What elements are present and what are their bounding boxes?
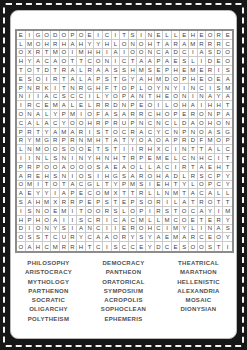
grid-cell: I (198, 225, 207, 234)
grid-cell: D (43, 66, 52, 75)
grid-cell: O (17, 49, 26, 58)
grid-cell: O (51, 145, 60, 154)
grid-cell: E (86, 31, 95, 40)
grid-cell: N (163, 189, 172, 198)
grid-cell: E (120, 225, 129, 234)
grid-cell: M (103, 189, 112, 198)
word-list-item: PANTHEON (86, 268, 161, 277)
grid-cell: O (137, 137, 146, 146)
grid-cell: O (146, 172, 155, 181)
grid-cell: T (180, 189, 189, 198)
grid-cell: I (69, 154, 78, 163)
grid-cell: N (206, 225, 215, 234)
grid-cell: N (206, 110, 215, 119)
word-list-item: PHILOSOPHY (11, 259, 86, 268)
grid-cell: R (77, 128, 86, 137)
grid-cell: M (60, 207, 69, 216)
grid-cell: T (60, 84, 69, 93)
grid-cell: H (129, 66, 138, 75)
word-list-item: SYMPOSIUM (86, 287, 161, 296)
grid-cell: R (137, 145, 146, 154)
grid-cell: R (198, 198, 207, 207)
grid-cell: A (103, 110, 112, 119)
grid-cell: O (34, 225, 43, 234)
grid-cell: L (223, 189, 232, 198)
grid-cell: N (137, 93, 146, 102)
grid-cell: D (180, 119, 189, 128)
grid-cell: E (86, 198, 95, 207)
grid-cell: L (172, 198, 181, 207)
grid-cell: N (69, 84, 78, 93)
grid-cell: N (26, 145, 35, 154)
grid-cell: A (198, 163, 207, 172)
grid-cell: I (17, 154, 26, 163)
grid-cell: C (163, 242, 172, 251)
grid-cell: C (51, 119, 60, 128)
grid-cell: Y (146, 233, 155, 242)
grid-cell: O (77, 172, 86, 181)
grid-cell: I (94, 31, 103, 40)
grid-cell: R (26, 101, 35, 110)
word-list-item: MOSAIC (161, 296, 236, 305)
grid-cell: D (17, 225, 26, 234)
grid-cell: N (155, 119, 164, 128)
word-list-item: MYTHOLOGY (11, 278, 86, 287)
word-list-item: ACROPOLIS (86, 296, 161, 305)
grid-cell: A (198, 49, 207, 58)
grid-cell: A (77, 225, 86, 234)
grid-cell: C (180, 49, 189, 58)
grid-cell: M (189, 66, 198, 75)
grid-cell: I (198, 57, 207, 66)
grid-cell: O (94, 189, 103, 198)
grid-cell: E (223, 31, 232, 40)
grid-cell: C (43, 57, 52, 66)
grid-cell: N (26, 84, 35, 93)
grid-cell: E (163, 154, 172, 163)
grid-cell: A (51, 128, 60, 137)
grid-cell: O (120, 84, 129, 93)
grid-cell: I (215, 154, 224, 163)
grid-cell: T (146, 93, 155, 102)
grid-cell: A (146, 57, 155, 66)
grid-cell: A (26, 242, 35, 251)
grid-cell: R (60, 66, 69, 75)
grid-cell: N (129, 40, 138, 49)
grid-cell: S (198, 172, 207, 181)
grid-cell: O (69, 119, 78, 128)
grid-cell: P (120, 181, 129, 190)
grid-cell: C (146, 128, 155, 137)
grid-cell: F (198, 137, 207, 146)
grid-cell: A (120, 110, 129, 119)
grid-cell: A (26, 119, 35, 128)
grid-cell: Y (86, 154, 95, 163)
grid-cell: L (172, 154, 181, 163)
grid-cell: E (180, 31, 189, 40)
grid-cell: A (26, 198, 35, 207)
grid-cell: L (112, 40, 121, 49)
grid-cell: T (34, 66, 43, 75)
grid-cell: O (223, 49, 232, 58)
grid-cell: Y (172, 84, 181, 93)
grid-cell: L (69, 101, 78, 110)
grid-cell: Y (223, 181, 232, 190)
grid-cell: O (198, 128, 207, 137)
grid-cell: Y (51, 225, 60, 234)
grid-cell: S (26, 233, 35, 242)
grid-cell: E (34, 172, 43, 181)
grid-cell: E (112, 163, 121, 172)
grid-cell: M (129, 181, 138, 190)
grid-cell: P (94, 75, 103, 84)
grid-cell: O (17, 233, 26, 242)
grid-cell: A (17, 172, 26, 181)
grid-cell: A (60, 101, 69, 110)
grid-cell: D (172, 172, 181, 181)
grid-cell: C (223, 40, 232, 49)
grid-cell: N (77, 137, 86, 146)
grid-cell: L (17, 40, 26, 49)
grid-cell: H (215, 163, 224, 172)
grid-cell: N (137, 119, 146, 128)
grid-cell: E (137, 242, 146, 251)
grid-cell: D (189, 137, 198, 146)
grid-cell: N (189, 84, 198, 93)
grid-cell: M (69, 110, 78, 119)
grid-cell: M (51, 242, 60, 251)
grid-cell: O (34, 40, 43, 49)
grid-cell: P (129, 119, 138, 128)
grid-cell: I (69, 207, 78, 216)
grid-cell: C (172, 216, 181, 225)
grid-cell: L (146, 216, 155, 225)
grid-cell: O (198, 242, 207, 251)
grid-cell: M (34, 145, 43, 154)
grid-cell: C (198, 233, 207, 242)
grid-cell: C (163, 119, 172, 128)
grid-cell: S (146, 66, 155, 75)
grid-cell: A (223, 75, 232, 84)
grid-cell: A (103, 233, 112, 242)
grid-cell: P (17, 84, 26, 93)
grid-cell: N (146, 49, 155, 58)
grid-cell: R (94, 216, 103, 225)
grid-cell: T (43, 49, 52, 58)
word-list-item: ALEXANDRIA (161, 287, 236, 296)
grid-cell: N (26, 110, 35, 119)
grid-cell: H (86, 49, 95, 58)
grid-cell: A (129, 93, 138, 102)
grid-cell: R (26, 128, 35, 137)
grid-cell: L (155, 216, 164, 225)
grid-cell: O (77, 145, 86, 154)
grid-cell: R (198, 40, 207, 49)
grid-cell: O (60, 31, 69, 40)
grid-cell: O (129, 163, 138, 172)
grid-cell: O (86, 207, 95, 216)
grid-cell: L (189, 181, 198, 190)
grid-cell: A (103, 163, 112, 172)
grid-cell: S (223, 66, 232, 75)
grid-cell: O (172, 93, 181, 102)
grid-cell: R (112, 119, 121, 128)
grid-cell: P (60, 110, 69, 119)
grid-cell: Y (155, 128, 164, 137)
grid-cell: I (69, 49, 78, 58)
grid-cell: G (120, 75, 129, 84)
grid-cell: E (155, 66, 164, 75)
grid-cell: M (172, 225, 181, 234)
grid-cell: A (94, 66, 103, 75)
grid-cell: U (120, 119, 129, 128)
grid-cell: O (137, 49, 146, 58)
grid-cell: P (69, 31, 78, 40)
grid-cell: M (77, 49, 86, 58)
grid-cell: O (60, 57, 69, 66)
grid-cell: M (26, 181, 35, 190)
grid-cell: O (26, 66, 35, 75)
grid-cell: T (215, 242, 224, 251)
grid-cell: L (215, 189, 224, 198)
grid-cell: T (120, 137, 129, 146)
grid-cell: O (51, 163, 60, 172)
grid-cell: O (215, 233, 224, 242)
grid-cell: C (180, 154, 189, 163)
grid-cell: O (215, 119, 224, 128)
grid-cell: C (86, 233, 95, 242)
grid-cell: I (172, 145, 181, 154)
grid-cell: L (17, 145, 26, 154)
grid-cell: A (155, 233, 164, 242)
grid-cell: H (17, 57, 26, 66)
grid-cell: T (60, 181, 69, 190)
grid-cell: O (189, 242, 198, 251)
grid-cell: M (43, 198, 52, 207)
grid-cell: P (94, 198, 103, 207)
grid-cell: O (112, 93, 121, 102)
word-list-item: SOPHOCLEAN (86, 305, 161, 314)
grid-cell: O (43, 145, 52, 154)
grid-cell: C (163, 145, 172, 154)
grid-cell: O (112, 233, 121, 242)
grid-cell: S (94, 128, 103, 137)
grid-cell: M (137, 216, 146, 225)
grid-cell: Y (180, 181, 189, 190)
grid-cell: P (137, 207, 146, 216)
grid-cell: L (146, 163, 155, 172)
grid-cell: T (112, 145, 121, 154)
grid-cell: H (77, 242, 86, 251)
grid-cell: Y (43, 189, 52, 198)
grid-cell: L (172, 31, 181, 40)
grid-cell: A (215, 225, 224, 234)
grid-cell: T (103, 137, 112, 146)
grid-cell: E (77, 101, 86, 110)
grid-cell: Y (51, 110, 60, 119)
grid-cell: Y (86, 40, 95, 49)
grid-cell: A (43, 119, 52, 128)
grid-cell: A (51, 216, 60, 225)
grid-cell: I (34, 93, 43, 102)
grid-cell: M (223, 207, 232, 216)
grid-cell: R (94, 101, 103, 110)
grid-cell: O (129, 207, 138, 216)
grid-cell: G (223, 128, 232, 137)
grid-cell: T (17, 66, 26, 75)
grid-cell: E (198, 75, 207, 84)
grid-cell: H (172, 66, 181, 75)
grid-cell: M (137, 66, 146, 75)
grid-cell: H (155, 93, 164, 102)
grid-cell: I (17, 207, 26, 216)
grid-cell: P (155, 57, 164, 66)
grid-cell: A (34, 110, 43, 119)
grid-cell: O (146, 84, 155, 93)
grid-cell: T (34, 128, 43, 137)
grid-cell: C (129, 242, 138, 251)
grid-cell: C (86, 189, 95, 198)
grid-cell: I (189, 49, 198, 58)
grid-cell: C (112, 216, 121, 225)
grid-cell: N (77, 154, 86, 163)
grid-cell: M (223, 84, 232, 93)
grid-cell: M (60, 128, 69, 137)
grid-cell: E (163, 233, 172, 242)
grid-cell: I (112, 57, 121, 66)
grid-cell: O (146, 101, 155, 110)
grid-cell: N (17, 93, 26, 102)
grid-cell: I (51, 84, 60, 93)
grid-cell: S (51, 154, 60, 163)
grid-cell: H (206, 101, 215, 110)
grid-cell: H (34, 216, 43, 225)
grid-cell: T (172, 207, 181, 216)
grid-cell: I (43, 75, 52, 84)
grid-cell: E (215, 57, 224, 66)
grid-cell: R (172, 40, 181, 49)
grid-cell: F (103, 84, 112, 93)
grid-cell: E (189, 216, 198, 225)
grid-cell: M (163, 216, 172, 225)
grid-cell: Y (94, 40, 103, 49)
grid-cell: S (103, 198, 112, 207)
grid-cell: S (180, 242, 189, 251)
grid-cell: Y (129, 75, 138, 84)
grid-cell: H (94, 84, 103, 93)
grid-cell: P (223, 137, 232, 146)
word-list: PHILOSOPHYARISTOCRACYMYTHOLOGYPARTHENONS… (11, 259, 236, 324)
grid-cell: I (86, 93, 95, 102)
grid-cell: A (137, 57, 146, 66)
grid-cell: I (103, 242, 112, 251)
word-list-item: PARTHENON (11, 287, 86, 296)
grid-cell: H (103, 172, 112, 181)
grid-cell: E (77, 189, 86, 198)
grid-cell: C (146, 110, 155, 119)
grid-cell: R (129, 128, 138, 137)
grid-cell: N (223, 119, 232, 128)
grid-cell: I (26, 225, 35, 234)
grid-cell: N (34, 154, 43, 163)
grid-cell: M (155, 75, 164, 84)
grid-cell: R (51, 75, 60, 84)
grid-cell: H (112, 154, 121, 163)
grid-cell: P (129, 84, 138, 93)
grid-cell: L (34, 119, 43, 128)
grid-cell: R (129, 225, 138, 234)
grid-cell: S (60, 145, 69, 154)
grid-cell: O (43, 216, 52, 225)
grid-cell: E (26, 189, 35, 198)
grid-cell: O (163, 110, 172, 119)
grid-cell: C (94, 225, 103, 234)
grid-cell: A (163, 40, 172, 49)
grid-cell: R (34, 84, 43, 93)
grid-cell: G (86, 181, 95, 190)
grid-cell: O (137, 40, 146, 49)
grid-cell: S (103, 145, 112, 154)
grid-cell: T (129, 57, 138, 66)
grid-cell: H (189, 75, 198, 84)
grid-cell: N (172, 128, 181, 137)
grid-cell: T (223, 101, 232, 110)
grid-cell: A (86, 75, 95, 84)
grid-cell: C (163, 128, 172, 137)
grid-cell: O (69, 163, 78, 172)
grid-cell: H (146, 75, 155, 84)
grid-cell: A (189, 101, 198, 110)
grid-cell: L (94, 93, 103, 102)
grid-cell: I (120, 49, 129, 58)
grid-cell: E (172, 57, 181, 66)
grid-cell: I (163, 198, 172, 207)
grid-cell: O (198, 110, 207, 119)
grid-cell: I (215, 207, 224, 216)
grid-cell: A (43, 93, 52, 102)
grid-cell: E (137, 101, 146, 110)
grid-cell: T (198, 145, 207, 154)
grid-cell: E (155, 31, 164, 40)
grid-cell: L (137, 84, 146, 93)
grid-cell: R (137, 110, 146, 119)
grid-cell: H (215, 101, 224, 110)
grid-cell: R (69, 198, 78, 207)
grid-cell: A (180, 40, 189, 49)
grid-cell: D (215, 49, 224, 58)
grid-cell: O (17, 242, 26, 251)
grid-cell: O (198, 119, 207, 128)
grid-cell: O (43, 163, 52, 172)
grid-cell: S (112, 242, 121, 251)
grid-cell: P (60, 137, 69, 146)
grid-cell: O (206, 31, 215, 40)
grid-cell: Y (155, 84, 164, 93)
grid-cell: A (206, 145, 215, 154)
grid-cell: A (120, 216, 129, 225)
grid-cell: I (69, 225, 78, 234)
grid-cell: S (112, 207, 121, 216)
grid-cell: A (69, 66, 78, 75)
grid-cell: D (163, 75, 172, 84)
grid-cell: S (103, 75, 112, 84)
grid-cell: I (26, 154, 35, 163)
grid-cell: N (180, 93, 189, 102)
grid-cell: L (163, 101, 172, 110)
grid-cell: O (172, 101, 181, 110)
grid-cell: D (172, 49, 181, 58)
grid-cell: O (69, 145, 78, 154)
